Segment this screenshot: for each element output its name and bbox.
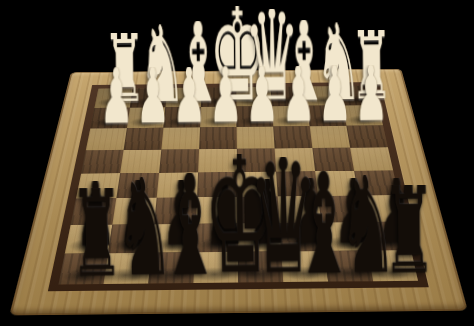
black-rook-h8[interactable]: ♜ (69, 188, 93, 278)
board-inner-border: ♜♞♝♚♛♝♞♜♟♟♟♟♟♟♟♟♟♟♟♟♟♟♟♟♜♞♝♚♛♝♞♜ (48, 82, 429, 291)
white-pawn-h2[interactable]: ♟ (99, 67, 119, 124)
white-pawn-e2[interactable]: ♟ (208, 66, 228, 123)
square-h2[interactable]: ♟ (90, 108, 130, 129)
black-knight-g8[interactable]: ♞ (114, 177, 138, 278)
black-queen-d8[interactable]: ♛ (248, 158, 272, 277)
white-pawn-b2[interactable]: ♟ (317, 65, 337, 122)
white-pawn-c2[interactable]: ♟ (281, 65, 301, 122)
chessboard-frame: ♜♞♝♚♛♝♞♜♟♟♟♟♟♟♟♟♟♟♟♟♟♟♟♟♜♞♝♚♛♝♞♜ (9, 69, 468, 316)
black-bishop-f8[interactable]: ♝ (159, 173, 183, 278)
black-rook-a8[interactable]: ♜ (382, 185, 406, 275)
square-h8[interactable]: ♜ (59, 253, 109, 284)
white-pawn-a2[interactable]: ♟ (354, 65, 374, 122)
black-knight-b8[interactable]: ♞ (337, 175, 361, 276)
chessboard-scene: ♜♞♝♚♛♝♞♜♟♟♟♟♟♟♟♟♟♟♟♟♟♟♟♟♜♞♝♚♛♝♞♜ (0, 0, 474, 326)
black-king-e8[interactable]: ♚ (203, 154, 227, 277)
board-grid: ♜♞♝♚♛♝♞♜♟♟♟♟♟♟♟♟♟♟♟♟♟♟♟♟♜♞♝♚♛♝♞♜ (59, 86, 419, 285)
white-pawn-g2[interactable]: ♟ (136, 67, 156, 124)
photo-background: ♜♞♝♚♛♝♞♜♟♟♟♟♟♟♟♟♟♟♟♟♟♟♟♟♜♞♝♚♛♝♞♜ (0, 0, 474, 326)
white-pawn-d2[interactable]: ♟ (245, 66, 265, 123)
black-bishop-c8[interactable]: ♝ (292, 172, 316, 277)
white-pawn-f2[interactable]: ♟ (172, 66, 192, 123)
square-h3[interactable] (86, 128, 127, 150)
